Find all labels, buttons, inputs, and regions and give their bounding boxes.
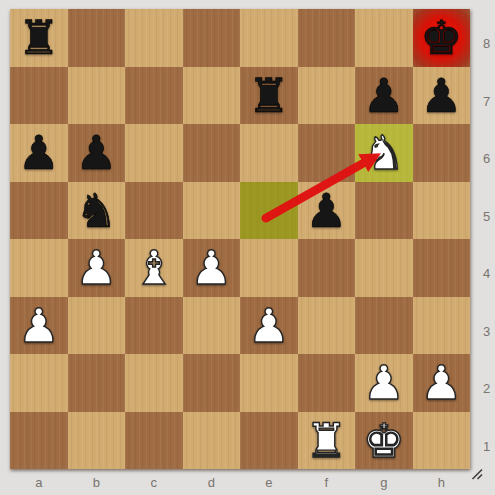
piece-black-pawn-b6[interactable]: ♟: [68, 124, 126, 182]
square-f2[interactable]: [298, 354, 356, 412]
square-e6[interactable]: [240, 124, 298, 182]
square-d8[interactable]: [183, 9, 241, 67]
rank-label-8: 8: [470, 15, 495, 73]
square-b1[interactable]: [68, 412, 126, 470]
square-f5[interactable]: ♟: [298, 182, 356, 240]
square-a5[interactable]: [10, 182, 68, 240]
square-b8[interactable]: [68, 9, 126, 67]
square-a4[interactable]: [10, 239, 68, 297]
square-a1[interactable]: [10, 412, 68, 470]
square-h2[interactable]: ♟: [413, 354, 471, 412]
rank-label-6: 6: [470, 130, 495, 188]
square-g7[interactable]: ♟: [355, 67, 413, 125]
square-g6[interactable]: ♞: [355, 124, 413, 182]
square-g1[interactable]: ♚: [355, 412, 413, 470]
square-e1[interactable]: [240, 412, 298, 470]
square-c3[interactable]: [125, 297, 183, 355]
piece-white-pawn-d4[interactable]: ♟: [183, 239, 241, 297]
square-f4[interactable]: [298, 239, 356, 297]
square-e4[interactable]: [240, 239, 298, 297]
file-label-c: c: [125, 470, 183, 495]
square-b6[interactable]: ♟: [68, 124, 126, 182]
rank-label-7: 7: [470, 73, 495, 131]
square-g2[interactable]: ♟: [355, 354, 413, 412]
chess-board: ♜♚♜♟♟♟♟♞♞♟♟♝♟♟♟♟♟♜♚: [10, 9, 470, 469]
square-a8[interactable]: ♜: [10, 9, 68, 67]
square-b3[interactable]: [68, 297, 126, 355]
piece-black-king-h8[interactable]: ♚: [413, 9, 471, 67]
square-h7[interactable]: ♟: [413, 67, 471, 125]
square-f3[interactable]: [298, 297, 356, 355]
last-move-highlight: [240, 182, 298, 240]
file-label-e: e: [240, 470, 298, 495]
piece-black-pawn-g7[interactable]: ♟: [355, 67, 413, 125]
file-coordinates: abcdefgh: [10, 470, 470, 495]
piece-white-pawn-h2[interactable]: ♟: [413, 354, 471, 412]
square-h4[interactable]: [413, 239, 471, 297]
piece-black-pawn-a6[interactable]: ♟: [10, 124, 68, 182]
file-label-d: d: [183, 470, 241, 495]
square-e5[interactable]: [240, 182, 298, 240]
square-d4[interactable]: ♟: [183, 239, 241, 297]
square-d7[interactable]: [183, 67, 241, 125]
chess-app-page: { "game": "chess", "position": { "fen": …: [0, 0, 495, 495]
piece-white-pawn-e3[interactable]: ♟: [240, 297, 298, 355]
piece-white-king-g1[interactable]: ♚: [355, 412, 413, 470]
file-label-g: g: [355, 470, 413, 495]
square-g3[interactable]: [355, 297, 413, 355]
piece-black-rook-a8[interactable]: ♜: [10, 9, 68, 67]
piece-white-pawn-a3[interactable]: ♟: [10, 297, 68, 355]
square-h5[interactable]: [413, 182, 471, 240]
square-d1[interactable]: [183, 412, 241, 470]
square-h8[interactable]: ♚: [413, 9, 471, 67]
piece-black-pawn-f5[interactable]: ♟: [298, 182, 356, 240]
square-c7[interactable]: [125, 67, 183, 125]
board-resize-handle[interactable]: [470, 467, 484, 481]
square-g4[interactable]: [355, 239, 413, 297]
rank-label-3: 3: [470, 303, 495, 361]
piece-white-knight-g6[interactable]: ♞: [355, 124, 413, 182]
rank-label-4: 4: [470, 245, 495, 303]
square-f1[interactable]: ♜: [298, 412, 356, 470]
square-c5[interactable]: [125, 182, 183, 240]
square-g8[interactable]: [355, 9, 413, 67]
square-f6[interactable]: [298, 124, 356, 182]
square-c8[interactable]: [125, 9, 183, 67]
square-h6[interactable]: [413, 124, 471, 182]
square-b4[interactable]: ♟: [68, 239, 126, 297]
square-d5[interactable]: [183, 182, 241, 240]
square-a6[interactable]: ♟: [10, 124, 68, 182]
square-a2[interactable]: [10, 354, 68, 412]
rank-label-2: 2: [470, 360, 495, 418]
square-b5[interactable]: ♞: [68, 182, 126, 240]
square-c4[interactable]: ♝: [125, 239, 183, 297]
square-g5[interactable]: [355, 182, 413, 240]
board-squares: ♜♚♜♟♟♟♟♞♞♟♟♝♟♟♟♟♟♜♚: [10, 9, 470, 469]
file-label-h: h: [413, 470, 471, 495]
square-b2[interactable]: [68, 354, 126, 412]
square-f7[interactable]: [298, 67, 356, 125]
square-h1[interactable]: [413, 412, 471, 470]
square-a7[interactable]: [10, 67, 68, 125]
piece-white-pawn-b4[interactable]: ♟: [68, 239, 126, 297]
file-label-a: a: [10, 470, 68, 495]
file-label-b: b: [68, 470, 126, 495]
square-e8[interactable]: [240, 9, 298, 67]
piece-white-pawn-g2[interactable]: ♟: [355, 354, 413, 412]
square-e3[interactable]: ♟: [240, 297, 298, 355]
piece-black-knight-b5[interactable]: ♞: [68, 182, 126, 240]
rank-coordinates: 87654321: [470, 9, 495, 469]
piece-black-pawn-h7[interactable]: ♟: [413, 67, 471, 125]
square-d2[interactable]: [183, 354, 241, 412]
piece-white-rook-f1[interactable]: ♜: [298, 412, 356, 470]
rank-label-5: 5: [470, 188, 495, 246]
square-d6[interactable]: [183, 124, 241, 182]
square-b7[interactable]: [68, 67, 126, 125]
square-c1[interactable]: [125, 412, 183, 470]
square-d3[interactable]: [183, 297, 241, 355]
piece-white-bishop-c4[interactable]: ♝: [125, 239, 183, 297]
square-f8[interactable]: [298, 9, 356, 67]
piece-black-rook-e7[interactable]: ♜: [240, 67, 298, 125]
square-a3[interactable]: ♟: [10, 297, 68, 355]
square-h3[interactable]: [413, 297, 471, 355]
square-c2[interactable]: [125, 354, 183, 412]
file-label-f: f: [298, 470, 356, 495]
square-e7[interactable]: ♜: [240, 67, 298, 125]
square-c6[interactable]: [125, 124, 183, 182]
square-e2[interactable]: [240, 354, 298, 412]
